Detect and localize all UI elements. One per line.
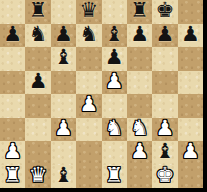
square-a1[interactable]: ♜ (0, 165, 25, 189)
square-h7[interactable]: ♟ (178, 24, 203, 48)
square-f4[interactable] (127, 94, 152, 118)
black-pawn-a7[interactable]: ♟ (3, 24, 22, 45)
square-b7[interactable]: ♞ (25, 24, 50, 48)
black-queen-d8[interactable]: ♛ (79, 0, 98, 21)
square-f7[interactable]: ♟ (127, 24, 152, 48)
square-b8[interactable]: ♜ (25, 0, 50, 24)
square-f8[interactable]: ♜ (127, 0, 152, 24)
square-g8[interactable]: ♚ (152, 0, 177, 24)
chess-board: ♜♛♜♚♟♞♟♞♝♟♟♟♝♟♟♟♟♟♞♞♟♟♟♝♟♜♛♝♜♚ (0, 0, 203, 188)
black-king-g8[interactable]: ♚ (156, 0, 175, 21)
white-queen-b1[interactable]: ♛ (29, 165, 48, 186)
white-pawn-f2[interactable]: ♟ (130, 141, 149, 162)
square-e4[interactable] (102, 94, 127, 118)
white-pawn-a2[interactable]: ♟ (3, 141, 22, 162)
square-a3[interactable] (0, 118, 25, 142)
square-e5[interactable]: ♟ (102, 71, 127, 95)
square-b3[interactable] (25, 118, 50, 142)
square-g1[interactable]: ♚ (152, 165, 177, 189)
black-bishop-c6[interactable]: ♝ (54, 47, 73, 68)
white-rook-e1[interactable]: ♜ (105, 165, 124, 186)
square-d8[interactable]: ♛ (76, 0, 101, 24)
square-c2[interactable] (51, 141, 76, 165)
square-h8[interactable] (178, 0, 203, 24)
chess-app-window: ♜♛♜♚♟♞♟♞♝♟♟♟♝♟♟♟♟♟♞♞♟♟♟♝♟♜♛♝♜♚ (0, 0, 207, 192)
square-c3[interactable]: ♟ (51, 118, 76, 142)
white-king-g1[interactable]: ♚ (156, 165, 175, 186)
square-f3[interactable]: ♞ (127, 118, 152, 142)
square-d4[interactable]: ♟ (76, 94, 101, 118)
square-f6[interactable] (127, 47, 152, 71)
black-rook-b8[interactable]: ♜ (29, 0, 48, 21)
white-knight-e3[interactable]: ♞ (105, 118, 124, 139)
square-h4[interactable] (178, 94, 203, 118)
square-e7[interactable]: ♝ (102, 24, 127, 48)
square-b6[interactable] (25, 47, 50, 71)
square-h6[interactable] (178, 47, 203, 71)
square-c6[interactable]: ♝ (51, 47, 76, 71)
black-pawn-f7[interactable]: ♟ (130, 24, 149, 45)
white-knight-f3[interactable]: ♞ (130, 118, 149, 139)
square-d5[interactable] (76, 71, 101, 95)
square-a8[interactable] (0, 0, 25, 24)
square-b5[interactable]: ♟ (25, 71, 50, 95)
square-c5[interactable] (51, 71, 76, 95)
square-c8[interactable] (51, 0, 76, 24)
square-a2[interactable]: ♟ (0, 141, 25, 165)
square-g6[interactable] (152, 47, 177, 71)
square-e8[interactable] (102, 0, 127, 24)
square-h5[interactable] (178, 71, 203, 95)
square-g7[interactable]: ♟ (152, 24, 177, 48)
square-h2[interactable]: ♟ (178, 141, 203, 165)
white-pawn-h2[interactable]: ♟ (181, 141, 200, 162)
square-g5[interactable] (152, 71, 177, 95)
black-bishop-c1[interactable]: ♝ (54, 165, 73, 186)
square-e1[interactable]: ♜ (102, 165, 127, 189)
white-pawn-g3[interactable]: ♟ (156, 118, 175, 139)
black-pawn-c7[interactable]: ♟ (54, 24, 73, 45)
black-pawn-e6[interactable]: ♟ (105, 47, 124, 68)
black-pawn-g7[interactable]: ♟ (156, 24, 175, 45)
white-rook-a1[interactable]: ♜ (3, 165, 22, 186)
square-d3[interactable] (76, 118, 101, 142)
square-d2[interactable] (76, 141, 101, 165)
black-bishop-e7[interactable]: ♝ (105, 24, 124, 45)
square-g2[interactable]: ♝ (152, 141, 177, 165)
square-e3[interactable]: ♞ (102, 118, 127, 142)
square-a7[interactable]: ♟ (0, 24, 25, 48)
square-a4[interactable] (0, 94, 25, 118)
square-f5[interactable] (127, 71, 152, 95)
black-bishop-g2[interactable]: ♝ (156, 141, 175, 162)
square-e6[interactable]: ♟ (102, 47, 127, 71)
black-knight-b7[interactable]: ♞ (29, 24, 48, 45)
square-a6[interactable] (0, 47, 25, 71)
black-pawn-h7[interactable]: ♟ (181, 24, 200, 45)
black-pawn-b5[interactable]: ♟ (29, 71, 48, 92)
square-d1[interactable] (76, 165, 101, 189)
square-b4[interactable] (25, 94, 50, 118)
black-rook-f8[interactable]: ♜ (130, 0, 149, 21)
square-b2[interactable] (25, 141, 50, 165)
square-c1[interactable]: ♝ (51, 165, 76, 189)
square-c7[interactable]: ♟ (51, 24, 76, 48)
square-f1[interactable] (127, 165, 152, 189)
square-e2[interactable] (102, 141, 127, 165)
square-h1[interactable] (178, 165, 203, 189)
square-a5[interactable] (0, 71, 25, 95)
square-g4[interactable] (152, 94, 177, 118)
square-d7[interactable]: ♞ (76, 24, 101, 48)
square-b1[interactable]: ♛ (25, 165, 50, 189)
square-c4[interactable] (51, 94, 76, 118)
white-pawn-c3[interactable]: ♟ (54, 118, 73, 139)
square-h3[interactable] (178, 118, 203, 142)
white-pawn-d4[interactable]: ♟ (79, 94, 98, 115)
square-g3[interactable]: ♟ (152, 118, 177, 142)
square-d6[interactable] (76, 47, 101, 71)
white-pawn-e5[interactable]: ♟ (105, 71, 124, 92)
black-knight-d7[interactable]: ♞ (79, 24, 98, 45)
square-f2[interactable]: ♟ (127, 141, 152, 165)
